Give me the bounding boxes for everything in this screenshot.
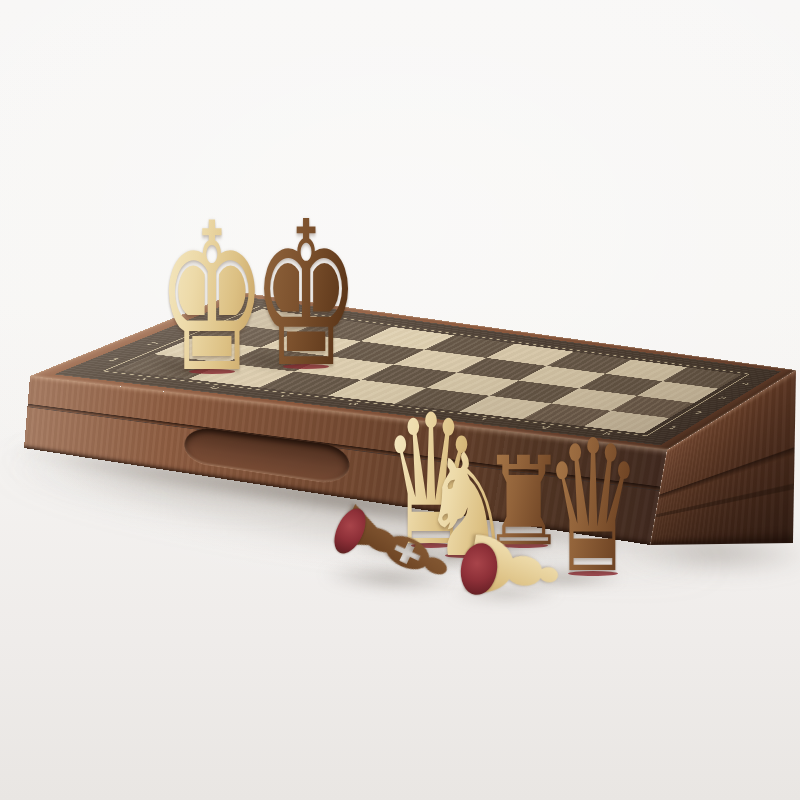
white-king-piece[interactable]: ♚: [157, 196, 267, 401]
scene-chess-set-photo: abcdefgh11223344 ♚♚♛♞♜♛♝♟: [0, 0, 800, 800]
pieces-layer: ♚♚♛♞♜♛♝♟: [0, 0, 800, 800]
black-king-piece[interactable]: ♚: [252, 195, 360, 395]
